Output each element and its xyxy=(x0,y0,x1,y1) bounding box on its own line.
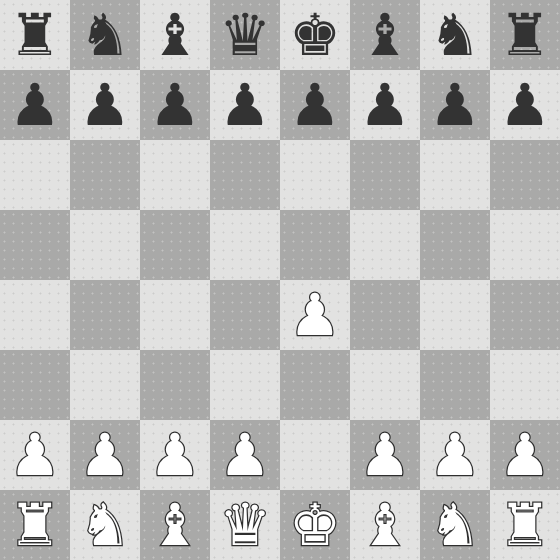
square-a7[interactable]: ♟ xyxy=(0,70,70,140)
square-e6[interactable] xyxy=(280,140,350,210)
square-d7[interactable]: ♟ xyxy=(210,70,280,140)
square-b8[interactable]: ♞ xyxy=(70,0,140,70)
black-knight[interactable]: ♞ xyxy=(79,0,131,70)
white-rook[interactable]: ♜ xyxy=(499,490,551,560)
square-g4[interactable] xyxy=(420,280,490,350)
square-a5[interactable] xyxy=(0,210,70,280)
square-f7[interactable]: ♟ xyxy=(350,70,420,140)
white-pawn[interactable]: ♟ xyxy=(499,420,551,490)
square-b1[interactable]: ♞ xyxy=(70,490,140,560)
square-g2[interactable]: ♟ xyxy=(420,420,490,490)
white-pawn[interactable]: ♟ xyxy=(359,420,411,490)
square-a3[interactable] xyxy=(0,350,70,420)
white-pawn[interactable]: ♟ xyxy=(429,420,481,490)
square-g7[interactable]: ♟ xyxy=(420,70,490,140)
square-e8[interactable]: ♚ xyxy=(280,0,350,70)
black-pawn[interactable]: ♟ xyxy=(429,70,481,140)
square-h7[interactable]: ♟ xyxy=(490,70,560,140)
white-pawn[interactable]: ♟ xyxy=(289,280,341,350)
black-bishop[interactable]: ♝ xyxy=(149,0,201,70)
square-c4[interactable] xyxy=(140,280,210,350)
white-pawn[interactable]: ♟ xyxy=(9,420,61,490)
square-c8[interactable]: ♝ xyxy=(140,0,210,70)
white-bishop[interactable]: ♝ xyxy=(149,490,201,560)
square-e1[interactable]: ♚ xyxy=(280,490,350,560)
square-d4[interactable] xyxy=(210,280,280,350)
square-f2[interactable]: ♟ xyxy=(350,420,420,490)
black-queen[interactable]: ♛ xyxy=(219,0,271,70)
square-g3[interactable] xyxy=(420,350,490,420)
black-pawn[interactable]: ♟ xyxy=(219,70,271,140)
square-h2[interactable]: ♟ xyxy=(490,420,560,490)
black-rook[interactable]: ♜ xyxy=(9,0,61,70)
square-h8[interactable]: ♜ xyxy=(490,0,560,70)
white-rook[interactable]: ♜ xyxy=(9,490,61,560)
square-a2[interactable]: ♟ xyxy=(0,420,70,490)
square-a6[interactable] xyxy=(0,140,70,210)
square-e3[interactable] xyxy=(280,350,350,420)
square-b3[interactable] xyxy=(70,350,140,420)
square-d2[interactable]: ♟ xyxy=(210,420,280,490)
square-g1[interactable]: ♞ xyxy=(420,490,490,560)
black-pawn[interactable]: ♟ xyxy=(9,70,61,140)
square-c3[interactable] xyxy=(140,350,210,420)
square-f5[interactable] xyxy=(350,210,420,280)
black-bishop[interactable]: ♝ xyxy=(359,0,411,70)
square-h4[interactable] xyxy=(490,280,560,350)
square-h3[interactable] xyxy=(490,350,560,420)
square-h6[interactable] xyxy=(490,140,560,210)
square-g5[interactable] xyxy=(420,210,490,280)
white-knight[interactable]: ♞ xyxy=(79,490,131,560)
black-pawn[interactable]: ♟ xyxy=(499,70,551,140)
chess-board: ♜♞♝♛♚♝♞♜♟♟♟♟♟♟♟♟♟♟♟♟♟♟♟♟♜♞♝♛♚♝♞♜ xyxy=(0,0,560,560)
square-b4[interactable] xyxy=(70,280,140,350)
square-a4[interactable] xyxy=(0,280,70,350)
square-d6[interactable] xyxy=(210,140,280,210)
square-e4[interactable]: ♟ xyxy=(280,280,350,350)
black-rook[interactable]: ♜ xyxy=(499,0,551,70)
square-a8[interactable]: ♜ xyxy=(0,0,70,70)
square-f4[interactable] xyxy=(350,280,420,350)
square-g6[interactable] xyxy=(420,140,490,210)
square-b6[interactable] xyxy=(70,140,140,210)
square-f6[interactable] xyxy=(350,140,420,210)
white-pawn[interactable]: ♟ xyxy=(79,420,131,490)
white-king[interactable]: ♚ xyxy=(289,490,341,560)
square-g8[interactable]: ♞ xyxy=(420,0,490,70)
black-knight[interactable]: ♞ xyxy=(429,0,481,70)
square-c5[interactable] xyxy=(140,210,210,280)
square-a1[interactable]: ♜ xyxy=(0,490,70,560)
square-e2[interactable] xyxy=(280,420,350,490)
square-d3[interactable] xyxy=(210,350,280,420)
square-d5[interactable] xyxy=(210,210,280,280)
white-bishop[interactable]: ♝ xyxy=(359,490,411,560)
square-e5[interactable] xyxy=(280,210,350,280)
square-c7[interactable]: ♟ xyxy=(140,70,210,140)
black-pawn[interactable]: ♟ xyxy=(149,70,201,140)
black-king[interactable]: ♚ xyxy=(289,0,341,70)
square-h5[interactable] xyxy=(490,210,560,280)
square-b2[interactable]: ♟ xyxy=(70,420,140,490)
white-pawn[interactable]: ♟ xyxy=(149,420,201,490)
black-pawn[interactable]: ♟ xyxy=(79,70,131,140)
white-pawn[interactable]: ♟ xyxy=(219,420,271,490)
square-f3[interactable] xyxy=(350,350,420,420)
square-b5[interactable] xyxy=(70,210,140,280)
square-b7[interactable]: ♟ xyxy=(70,70,140,140)
square-h1[interactable]: ♜ xyxy=(490,490,560,560)
white-queen[interactable]: ♛ xyxy=(219,490,271,560)
black-pawn[interactable]: ♟ xyxy=(359,70,411,140)
square-d1[interactable]: ♛ xyxy=(210,490,280,560)
square-e7[interactable]: ♟ xyxy=(280,70,350,140)
square-d8[interactable]: ♛ xyxy=(210,0,280,70)
square-f8[interactable]: ♝ xyxy=(350,0,420,70)
square-c2[interactable]: ♟ xyxy=(140,420,210,490)
white-knight[interactable]: ♞ xyxy=(429,490,481,560)
square-c1[interactable]: ♝ xyxy=(140,490,210,560)
square-f1[interactable]: ♝ xyxy=(350,490,420,560)
square-c6[interactable] xyxy=(140,140,210,210)
black-pawn[interactable]: ♟ xyxy=(289,70,341,140)
